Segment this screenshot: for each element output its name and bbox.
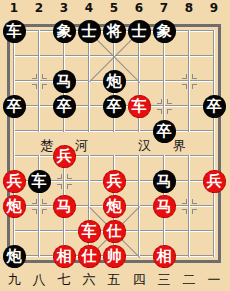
piece-red-soldier[interactable]: 兵 — [53, 145, 76, 168]
intersection-c6r3[interactable] — [127, 69, 152, 94]
column-label-bottom-1: 九 — [2, 271, 27, 289]
piece-black-soldier[interactable]: 卒 — [153, 120, 176, 143]
intersection-c1r2[interactable] — [2, 44, 27, 69]
intersection-c7r3[interactable] — [152, 69, 177, 94]
intersection-c7r2[interactable] — [152, 44, 177, 69]
intersection-c4r2[interactable] — [77, 44, 102, 69]
intersection-c9r1[interactable] — [202, 19, 227, 44]
intersection-c8r8[interactable] — [177, 194, 202, 219]
xiangqi-board-app: 楚河 汉界 车象士将士象马炮卒卒卒车卒卒兵兵车兵马兵炮马炮马车仕炮相仕帅相 12… — [0, 0, 230, 291]
intersection-c8r10[interactable] — [177, 244, 202, 269]
piece-black-advisor[interactable]: 士 — [78, 20, 101, 43]
column-label-bottom-6: 四 — [127, 271, 152, 289]
column-label-top-5: 5 — [102, 1, 127, 15]
piece-red-soldier[interactable]: 兵 — [203, 170, 226, 193]
intersection-c6r8[interactable] — [127, 194, 152, 219]
piece-black-elephant[interactable]: 象 — [53, 20, 76, 43]
column-label-bottom-2: 八 — [27, 271, 52, 289]
intersection-c3r5[interactable] — [52, 119, 77, 144]
intersection-c4r3[interactable] — [77, 69, 102, 94]
column-label-top-6: 6 — [127, 1, 152, 15]
intersection-c1r5[interactable] — [2, 119, 27, 144]
intersection-c8r5[interactable] — [177, 119, 202, 144]
intersection-c4r5[interactable] — [77, 119, 102, 144]
column-label-top-3: 3 — [52, 1, 77, 15]
piece-red-elephant[interactable]: 相 — [53, 245, 76, 268]
intersection-c2r4[interactable] — [27, 94, 52, 119]
intersection-c6r2[interactable] — [127, 44, 152, 69]
piece-black-general[interactable]: 将 — [103, 20, 126, 43]
intersection-c1r6[interactable] — [2, 144, 27, 169]
column-label-bottom-5: 五 — [102, 271, 127, 289]
column-label-top-8: 8 — [177, 1, 202, 15]
intersection-c5r2[interactable] — [102, 44, 127, 69]
intersection-c2r8[interactable] — [27, 194, 52, 219]
intersection-c5r5[interactable] — [102, 119, 127, 144]
piece-black-advisor[interactable]: 士 — [128, 20, 151, 43]
piece-red-chariot[interactable]: 车 — [78, 220, 101, 243]
intersection-c2r2[interactable] — [27, 44, 52, 69]
piece-black-soldier[interactable]: 卒 — [203, 95, 226, 118]
intersection-c9r9[interactable] — [202, 219, 227, 244]
piece-red-horse[interactable]: 马 — [153, 195, 176, 218]
piece-black-soldier[interactable]: 卒 — [53, 95, 76, 118]
intersection-c7r9[interactable] — [152, 219, 177, 244]
intersection-c2r1[interactable] — [27, 19, 52, 44]
intersection-c1r3[interactable] — [2, 69, 27, 94]
column-label-top-9: 9 — [202, 1, 227, 15]
column-label-top-7: 7 — [152, 1, 177, 15]
piece-red-advisor[interactable]: 仕 — [78, 245, 101, 268]
column-label-bottom-4: 六 — [77, 271, 102, 289]
intersection-c2r9[interactable] — [27, 219, 52, 244]
intersection-c4r7[interactable] — [77, 169, 102, 194]
piece-black-horse[interactable]: 马 — [53, 70, 76, 93]
intersection-c2r6[interactable] — [27, 144, 52, 169]
piece-red-cannon[interactable]: 炮 — [3, 195, 26, 218]
intersection-c8r4[interactable] — [177, 94, 202, 119]
intersection-c4r6[interactable] — [77, 144, 102, 169]
intersection-c8r3[interactable] — [177, 69, 202, 94]
piece-black-chariot[interactable]: 车 — [3, 20, 26, 43]
intersection-c9r5[interactable] — [202, 119, 227, 144]
piece-red-soldier[interactable]: 兵 — [3, 170, 26, 193]
intersection-c5r6[interactable] — [102, 144, 127, 169]
piece-black-chariot[interactable]: 车 — [28, 170, 51, 193]
piece-black-elephant[interactable]: 象 — [153, 20, 176, 43]
piece-black-cannon[interactable]: 炮 — [103, 70, 126, 93]
intersection-c3r9[interactable] — [52, 219, 77, 244]
column-label-top-4: 4 — [77, 1, 102, 15]
piece-red-chariot[interactable]: 车 — [128, 95, 151, 118]
column-label-bottom-3: 七 — [52, 271, 77, 289]
piece-red-cannon[interactable]: 炮 — [103, 195, 126, 218]
intersection-c9r2[interactable] — [202, 44, 227, 69]
intersection-c8r9[interactable] — [177, 219, 202, 244]
intersection-c3r7[interactable] — [52, 169, 77, 194]
intersection-c4r8[interactable] — [77, 194, 102, 219]
intersection-c8r6[interactable] — [177, 144, 202, 169]
column-label-bottom-9: 一 — [202, 271, 227, 289]
column-label-bottom-7: 三 — [152, 271, 177, 289]
intersection-c9r6[interactable] — [202, 144, 227, 169]
intersection-c6r5[interactable] — [127, 119, 152, 144]
piece-red-horse[interactable]: 马 — [53, 195, 76, 218]
piece-red-general[interactable]: 帅 — [103, 245, 126, 268]
intersection-c4r4[interactable] — [77, 94, 102, 119]
piece-black-horse[interactable]: 马 — [153, 170, 176, 193]
piece-red-soldier[interactable]: 兵 — [103, 170, 126, 193]
intersection-c1r9[interactable] — [2, 219, 27, 244]
column-label-top-2: 2 — [27, 1, 52, 15]
piece-black-soldier[interactable]: 卒 — [103, 95, 126, 118]
intersection-c7r4[interactable] — [152, 94, 177, 119]
intersection-c9r3[interactable] — [202, 69, 227, 94]
column-label-bottom-8: 二 — [177, 271, 202, 289]
intersection-c2r5[interactable] — [27, 119, 52, 144]
intersection-c9r8[interactable] — [202, 194, 227, 219]
intersection-c7r6[interactable] — [152, 144, 177, 169]
intersection-c6r7[interactable] — [127, 169, 152, 194]
intersection-c6r9[interactable] — [127, 219, 152, 244]
piece-red-advisor[interactable]: 仕 — [103, 220, 126, 243]
intersection-c8r7[interactable] — [177, 169, 202, 194]
column-label-top-1: 1 — [2, 1, 27, 15]
intersection-c6r10[interactable] — [127, 244, 152, 269]
intersection-c2r10[interactable] — [27, 244, 52, 269]
intersection-c3r2[interactable] — [52, 44, 77, 69]
intersection-c2r3[interactable] — [27, 69, 52, 94]
intersection-c6r6[interactable] — [127, 144, 152, 169]
piece-black-soldier[interactable]: 卒 — [3, 95, 26, 118]
piece-red-elephant[interactable]: 相 — [153, 245, 176, 268]
intersection-c8r2[interactable] — [177, 44, 202, 69]
intersection-c9r10[interactable] — [202, 244, 227, 269]
intersection-c8r1[interactable] — [177, 19, 202, 44]
piece-black-cannon[interactable]: 炮 — [3, 245, 26, 268]
